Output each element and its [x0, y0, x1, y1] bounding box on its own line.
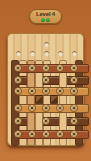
bolt-r3c4[interactable]: [56, 87, 64, 95]
bolt-r6c3[interactable]: [42, 130, 50, 138]
game-screen: Level 4: [0, 0, 91, 161]
bolt-r5c1[interactable]: [14, 117, 22, 125]
bolt-r4c1[interactable]: [14, 104, 22, 112]
progress-dots: [41, 18, 50, 22]
bolt-r4c3[interactable]: [42, 104, 50, 112]
bolt-r6c5[interactable]: [70, 130, 78, 138]
bolt-r5c5[interactable]: [70, 117, 78, 125]
progress-dot: [41, 18, 45, 22]
bolt-r3c2[interactable]: [28, 87, 36, 95]
bolt-r6c1[interactable]: [14, 130, 22, 138]
bolt-r2c1[interactable]: [14, 76, 22, 84]
bolt-r5c3[interactable]: [42, 117, 50, 125]
bolts-layer: [8, 34, 83, 145]
bolt-r2c5[interactable]: [70, 76, 78, 84]
puzzle-board: [7, 33, 84, 146]
level-label: Level 4: [36, 11, 55, 17]
bolt-r6c2[interactable]: [28, 130, 36, 138]
bolt-r3c1[interactable]: [14, 87, 22, 95]
bolt-r1c4[interactable]: [56, 64, 64, 72]
bolt-r1c1[interactable]: [14, 64, 22, 72]
bolt-r3c3[interactable]: [42, 87, 50, 95]
bolt-r4c4[interactable]: [56, 104, 64, 112]
bolt-r1c2[interactable]: [28, 64, 36, 72]
progress-dot: [46, 18, 50, 22]
bolt-r2c3[interactable]: [42, 76, 50, 84]
bolt-r6c4[interactable]: [56, 130, 64, 138]
bolt-r4c2[interactable]: [28, 104, 36, 112]
bolt-r3c5[interactable]: [70, 87, 78, 95]
bolt-r1c5[interactable]: [70, 64, 78, 72]
level-badge: Level 4: [29, 9, 62, 24]
bolt-r4c5[interactable]: [70, 104, 78, 112]
bolt-r1c3[interactable]: [42, 64, 50, 72]
